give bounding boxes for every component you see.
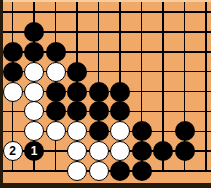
stone-black[interactable]: [110, 161, 130, 181]
stone-black[interactable]: [67, 62, 87, 82]
stone-black[interactable]: [89, 101, 109, 121]
stone-black[interactable]: [89, 82, 109, 102]
stone-white-move-2[interactable]: 2: [3, 141, 23, 161]
stone-black[interactable]: [67, 82, 87, 102]
stone-black[interactable]: [175, 121, 195, 141]
grid-line-vertical: [205, 2, 207, 172]
stone-black[interactable]: [67, 101, 87, 121]
stone-white[interactable]: [89, 141, 109, 161]
stone-black[interactable]: [110, 101, 130, 121]
stone-black[interactable]: [132, 141, 152, 161]
stone-black[interactable]: [3, 62, 23, 82]
board-bottom-edge: [0, 183, 211, 188]
stone-black[interactable]: [46, 42, 66, 62]
stone-white[interactable]: [24, 101, 44, 121]
stone-white[interactable]: [24, 121, 44, 141]
grid-line-horizontal: [3, 11, 211, 13]
stone-black[interactable]: [24, 42, 44, 62]
stone-black[interactable]: [132, 121, 152, 141]
stone-white[interactable]: [89, 161, 109, 181]
stone-black[interactable]: [110, 82, 130, 102]
stone-black[interactable]: [89, 121, 109, 141]
go-board[interactable]: 21: [0, 0, 211, 188]
stone-white[interactable]: [110, 141, 130, 161]
stone-white[interactable]: [46, 121, 66, 141]
stone-white[interactable]: [67, 121, 87, 141]
stone-white[interactable]: [110, 121, 130, 141]
stone-white[interactable]: [46, 62, 66, 82]
stone-black[interactable]: [3, 42, 23, 62]
stone-white[interactable]: [3, 82, 23, 102]
stone-black[interactable]: [24, 22, 44, 42]
stone-black[interactable]: [132, 161, 152, 181]
stone-white[interactable]: [24, 82, 44, 102]
stone-black-move-1[interactable]: 1: [24, 141, 44, 161]
stone-black[interactable]: [46, 82, 66, 102]
stone-white[interactable]: [24, 62, 44, 82]
stone-black[interactable]: [153, 141, 173, 161]
go-diagram: 21: [0, 0, 211, 188]
stone-black[interactable]: [175, 141, 195, 161]
stone-white[interactable]: [67, 141, 87, 161]
stone-white[interactable]: [67, 161, 87, 181]
stone-black[interactable]: [46, 101, 66, 121]
